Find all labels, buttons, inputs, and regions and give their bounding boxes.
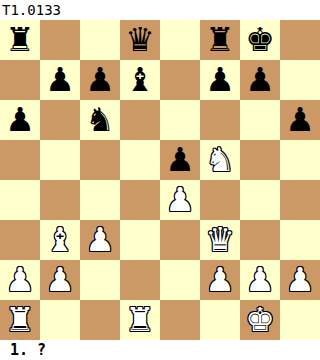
- square-f5[interactable]: ♞: [200, 140, 240, 180]
- square-e2[interactable]: [160, 260, 200, 300]
- piece-black-pawn: ♟: [205, 60, 235, 100]
- square-g2[interactable]: ♟: [240, 260, 280, 300]
- square-e6[interactable]: [160, 100, 200, 140]
- footer-bar: 1. ?: [0, 340, 320, 360]
- problem-id-label: T1.0133: [0, 0, 61, 20]
- square-e4[interactable]: ♟: [160, 180, 200, 220]
- piece-black-pawn: ♟: [5, 100, 35, 140]
- square-a3[interactable]: [0, 220, 40, 260]
- square-c4[interactable]: [80, 180, 120, 220]
- square-c8[interactable]: [80, 20, 120, 60]
- chess-problem-view: T1.0133 ♜♛♜♚♟♟♝♟♟♟♞♟♟♞♟♝♟♛♟♟♟♟♟♜♜♚ 1. ?: [0, 0, 320, 360]
- square-a8[interactable]: ♜: [0, 20, 40, 60]
- square-d1[interactable]: ♜: [120, 300, 160, 340]
- chess-board: ♜♛♜♚♟♟♝♟♟♟♞♟♟♞♟♝♟♛♟♟♟♟♟♜♜♚: [0, 20, 320, 340]
- square-h1[interactable]: [280, 300, 320, 340]
- piece-white-pawn: ♟: [285, 260, 315, 300]
- square-c3[interactable]: ♟: [80, 220, 120, 260]
- square-d7[interactable]: ♝: [120, 60, 160, 100]
- square-b1[interactable]: [40, 300, 80, 340]
- square-b7[interactable]: ♟: [40, 60, 80, 100]
- piece-white-pawn: ♟: [205, 260, 235, 300]
- square-h5[interactable]: [280, 140, 320, 180]
- square-g6[interactable]: [240, 100, 280, 140]
- piece-white-pawn: ♟: [5, 260, 35, 300]
- square-e3[interactable]: [160, 220, 200, 260]
- square-b5[interactable]: [40, 140, 80, 180]
- square-b2[interactable]: ♟: [40, 260, 80, 300]
- square-f2[interactable]: ♟: [200, 260, 240, 300]
- piece-white-king: ♚: [245, 300, 275, 340]
- piece-white-rook: ♜: [5, 300, 35, 340]
- square-a2[interactable]: ♟: [0, 260, 40, 300]
- square-b4[interactable]: [40, 180, 80, 220]
- square-b6[interactable]: [40, 100, 80, 140]
- square-h8[interactable]: [280, 20, 320, 60]
- piece-black-king: ♚: [245, 20, 275, 60]
- square-b8[interactable]: [40, 20, 80, 60]
- piece-black-pawn: ♟: [45, 60, 75, 100]
- square-d5[interactable]: [120, 140, 160, 180]
- square-d3[interactable]: [120, 220, 160, 260]
- square-g7[interactable]: ♟: [240, 60, 280, 100]
- square-c5[interactable]: [80, 140, 120, 180]
- square-d6[interactable]: [120, 100, 160, 140]
- piece-black-pawn: ♟: [165, 140, 195, 180]
- piece-black-queen: ♛: [125, 20, 155, 60]
- square-f7[interactable]: ♟: [200, 60, 240, 100]
- square-g4[interactable]: [240, 180, 280, 220]
- square-h7[interactable]: [280, 60, 320, 100]
- square-d4[interactable]: [120, 180, 160, 220]
- square-a6[interactable]: ♟: [0, 100, 40, 140]
- square-c6[interactable]: ♞: [80, 100, 120, 140]
- piece-black-pawn: ♟: [285, 100, 315, 140]
- piece-white-pawn: ♟: [85, 220, 115, 260]
- piece-white-rook: ♜: [125, 300, 155, 340]
- square-g8[interactable]: ♚: [240, 20, 280, 60]
- square-b3[interactable]: ♝: [40, 220, 80, 260]
- square-f1[interactable]: [200, 300, 240, 340]
- square-a5[interactable]: [0, 140, 40, 180]
- piece-white-pawn: ♟: [245, 260, 275, 300]
- piece-white-pawn: ♟: [165, 180, 195, 220]
- square-d8[interactable]: ♛: [120, 20, 160, 60]
- square-h4[interactable]: [280, 180, 320, 220]
- piece-white-pawn: ♟: [45, 260, 75, 300]
- square-h3[interactable]: [280, 220, 320, 260]
- square-h2[interactable]: ♟: [280, 260, 320, 300]
- piece-white-bishop: ♝: [45, 220, 75, 260]
- square-e7[interactable]: [160, 60, 200, 100]
- header-bar: T1.0133: [0, 0, 320, 20]
- square-d2[interactable]: [120, 260, 160, 300]
- square-e5[interactable]: ♟: [160, 140, 200, 180]
- square-e8[interactable]: [160, 20, 200, 60]
- square-g5[interactable]: [240, 140, 280, 180]
- piece-white-knight: ♞: [205, 140, 235, 180]
- piece-black-bishop: ♝: [125, 60, 155, 100]
- square-a1[interactable]: ♜: [0, 300, 40, 340]
- square-h6[interactable]: ♟: [280, 100, 320, 140]
- piece-white-queen: ♛: [205, 220, 235, 260]
- square-g3[interactable]: [240, 220, 280, 260]
- square-f3[interactable]: ♛: [200, 220, 240, 260]
- square-f6[interactable]: [200, 100, 240, 140]
- square-c2[interactable]: [80, 260, 120, 300]
- square-a7[interactable]: [0, 60, 40, 100]
- square-g1[interactable]: ♚: [240, 300, 280, 340]
- square-c1[interactable]: [80, 300, 120, 340]
- square-e1[interactable]: [160, 300, 200, 340]
- square-f4[interactable]: [200, 180, 240, 220]
- square-a4[interactable]: [0, 180, 40, 220]
- piece-black-rook: ♜: [5, 20, 35, 60]
- piece-black-pawn: ♟: [245, 60, 275, 100]
- square-f8[interactable]: ♜: [200, 20, 240, 60]
- piece-black-pawn: ♟: [85, 60, 115, 100]
- square-c7[interactable]: ♟: [80, 60, 120, 100]
- piece-black-rook: ♜: [205, 20, 235, 60]
- move-prompt-label: 1. ?: [0, 340, 46, 360]
- piece-black-knight: ♞: [85, 100, 115, 140]
